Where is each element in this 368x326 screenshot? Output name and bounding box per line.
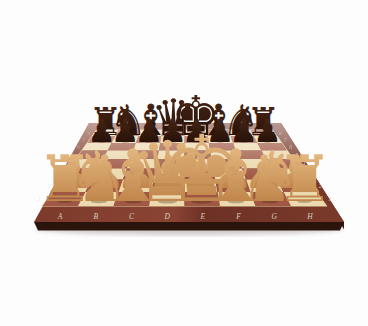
chess-set-photo: ABCDEFGH8877665544332211♜♞♝♛♚♝♞♜♟♟♟♟♟♟♟♟… bbox=[0, 0, 368, 326]
piece-white-rook-h1[interactable]: ♜ bbox=[276, 142, 333, 216]
chess-board: ABCDEFGH8877665544332211♜♞♝♛♚♝♞♜♟♟♟♟♟♟♟♟… bbox=[0, 0, 368, 326]
board-front-edge bbox=[34, 222, 344, 231]
